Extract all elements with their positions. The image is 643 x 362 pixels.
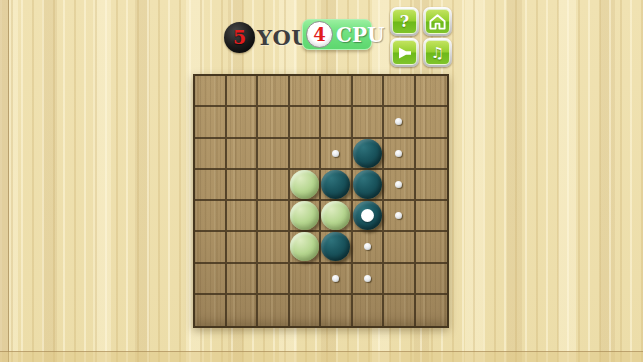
cpu-score-value: 4 <box>313 26 326 44</box>
cell-f5 <box>353 201 385 232</box>
cell-e2 <box>321 107 353 138</box>
disc-dark <box>353 139 382 168</box>
cell-e6 <box>321 232 353 263</box>
cell-a1 <box>195 76 227 107</box>
cell-h7 <box>416 264 448 295</box>
cell-g8 <box>384 295 416 326</box>
cell-g7 <box>384 264 416 295</box>
cell-c3 <box>258 139 290 170</box>
cpu-score-label: CPU <box>336 23 384 47</box>
cell-g4[interactable] <box>384 170 416 201</box>
cell-g6 <box>384 232 416 263</box>
hint-dot[interactable] <box>332 150 339 157</box>
game-screen: 5 YOU 4 CPU ? ♫ <box>0 0 643 362</box>
cell-d3 <box>290 139 322 170</box>
cell-d1 <box>290 76 322 107</box>
cell-e1 <box>321 76 353 107</box>
cell-h6 <box>416 232 448 263</box>
cell-f4 <box>353 170 385 201</box>
hint-dot[interactable] <box>395 150 402 157</box>
cell-b2 <box>227 107 259 138</box>
sound-button[interactable] <box>390 38 419 67</box>
cell-h2 <box>416 107 448 138</box>
cell-c2 <box>258 107 290 138</box>
cell-f8 <box>353 295 385 326</box>
cell-a7 <box>195 264 227 295</box>
cell-c7 <box>258 264 290 295</box>
cell-c1 <box>258 76 290 107</box>
cell-e7[interactable] <box>321 264 353 295</box>
disc-dark <box>321 232 350 261</box>
cell-h5 <box>416 201 448 232</box>
cell-g3[interactable] <box>384 139 416 170</box>
player-score-value: 5 <box>233 28 246 47</box>
cell-d2 <box>290 107 322 138</box>
hint-dot[interactable] <box>332 275 339 282</box>
cell-d8 <box>290 295 322 326</box>
cell-g1 <box>384 76 416 107</box>
cell-g2[interactable] <box>384 107 416 138</box>
cell-f1 <box>353 76 385 107</box>
player-disc-icon: 5 <box>224 22 255 53</box>
hint-dot[interactable] <box>364 275 371 282</box>
disc-dark <box>353 201 382 230</box>
question-mark-icon: ? <box>392 9 417 34</box>
disc-dark <box>353 170 382 199</box>
cell-e5 <box>321 201 353 232</box>
cell-e8 <box>321 295 353 326</box>
cell-h1 <box>416 76 448 107</box>
cell-c4 <box>258 170 290 201</box>
cell-h4 <box>416 170 448 201</box>
disc-light <box>321 201 350 230</box>
cell-b4 <box>227 170 259 201</box>
cpu-score-panel: 4 CPU <box>302 19 372 50</box>
cell-f2 <box>353 107 385 138</box>
speaker-icon <box>392 40 417 65</box>
cell-b6 <box>227 232 259 263</box>
cell-b1 <box>227 76 259 107</box>
home-icon <box>425 9 450 34</box>
hint-dot[interactable] <box>395 181 402 188</box>
player-score: 5 YOU <box>224 22 310 53</box>
disc-light <box>290 201 319 230</box>
cell-a6 <box>195 232 227 263</box>
cell-e3[interactable] <box>321 139 353 170</box>
cell-d7 <box>290 264 322 295</box>
cell-h3 <box>416 139 448 170</box>
board[interactable] <box>193 74 449 328</box>
cell-d4 <box>290 170 322 201</box>
cell-h8 <box>416 295 448 326</box>
cell-b3 <box>227 139 259 170</box>
cell-c8 <box>258 295 290 326</box>
cell-a4 <box>195 170 227 201</box>
cell-c6 <box>258 232 290 263</box>
cell-a2 <box>195 107 227 138</box>
cell-f3 <box>353 139 385 170</box>
hint-dot[interactable] <box>364 243 371 250</box>
cell-a3 <box>195 139 227 170</box>
music-note-icon: ♫ <box>425 40 450 65</box>
help-button[interactable]: ? <box>390 7 419 36</box>
cell-d5 <box>290 201 322 232</box>
cell-g5[interactable] <box>384 201 416 232</box>
background-plank-seam-bottom <box>0 351 643 362</box>
cell-e4 <box>321 170 353 201</box>
music-button[interactable]: ♫ <box>423 38 452 67</box>
cell-b8 <box>227 295 259 326</box>
disc-dark <box>321 170 350 199</box>
hint-dot[interactable] <box>395 118 402 125</box>
cell-a5 <box>195 201 227 232</box>
home-button[interactable] <box>423 7 452 36</box>
cell-d6 <box>290 232 322 263</box>
hint-dot[interactable] <box>395 212 402 219</box>
cell-a8 <box>195 295 227 326</box>
cpu-disc-icon: 4 <box>306 21 333 48</box>
disc-light <box>290 232 319 261</box>
cell-b7 <box>227 264 259 295</box>
cell-f6[interactable] <box>353 232 385 263</box>
disc-light <box>290 170 319 199</box>
last-move-marker <box>361 209 374 222</box>
cell-b5 <box>227 201 259 232</box>
cell-f7[interactable] <box>353 264 385 295</box>
cell-c5 <box>258 201 290 232</box>
background-plank-seam-left <box>0 0 9 362</box>
